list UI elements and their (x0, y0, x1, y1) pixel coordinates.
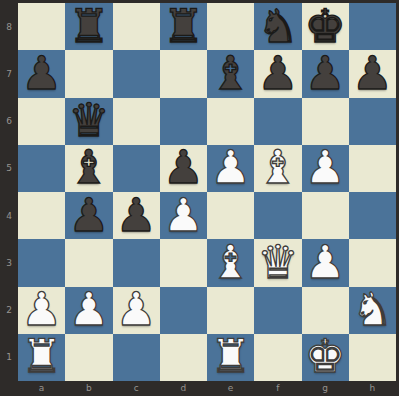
rank-label-1: 1 (0, 334, 18, 381)
square-e8[interactable] (207, 3, 254, 50)
rank-label-4: 4 (0, 192, 18, 239)
square-b2[interactable]: ♟ (65, 287, 112, 334)
piece-black-rook[interactable]: ♜ (68, 3, 109, 49)
file-label-c: c (113, 381, 160, 396)
square-f2[interactable] (254, 287, 301, 334)
file-labels: abcdefgh (18, 381, 396, 396)
rank-label-8: 8 (0, 3, 18, 50)
square-h5[interactable] (349, 145, 396, 192)
square-d3[interactable] (160, 239, 207, 286)
piece-white-rook[interactable]: ♜ (21, 333, 62, 379)
file-label-g: g (302, 381, 349, 396)
square-c3[interactable] (113, 239, 160, 286)
file-label-a: a (18, 381, 65, 396)
file-label-b: b (65, 381, 112, 396)
square-g8[interactable]: ♚ (302, 3, 349, 50)
square-a4[interactable] (18, 192, 65, 239)
square-e4[interactable] (207, 192, 254, 239)
square-g7[interactable]: ♟ (302, 50, 349, 97)
square-f4[interactable] (254, 192, 301, 239)
square-b1[interactable] (65, 334, 112, 381)
piece-white-pawn[interactable]: ♟ (68, 286, 109, 332)
square-h4[interactable] (349, 192, 396, 239)
piece-black-pawn[interactable]: ♟ (163, 144, 204, 190)
piece-black-pawn[interactable]: ♟ (116, 192, 157, 238)
piece-black-bishop[interactable]: ♝ (210, 50, 251, 96)
square-g4[interactable] (302, 192, 349, 239)
square-e5[interactable]: ♟ (207, 145, 254, 192)
square-c5[interactable] (113, 145, 160, 192)
square-c8[interactable] (113, 3, 160, 50)
square-h8[interactable] (349, 3, 396, 50)
piece-white-king[interactable]: ♚ (305, 333, 346, 379)
piece-white-pawn[interactable]: ♟ (163, 192, 204, 238)
piece-white-rook[interactable]: ♜ (210, 333, 251, 379)
square-c7[interactable] (113, 50, 160, 97)
square-f1[interactable] (254, 334, 301, 381)
square-c1[interactable] (113, 334, 160, 381)
square-b6[interactable]: ♛ (65, 98, 112, 145)
rank-label-6: 6 (0, 98, 18, 145)
piece-black-rook[interactable]: ♜ (163, 3, 204, 49)
square-g6[interactable] (302, 98, 349, 145)
piece-white-pawn[interactable]: ♟ (305, 144, 346, 190)
square-e6[interactable] (207, 98, 254, 145)
square-d5[interactable]: ♟ (160, 145, 207, 192)
square-f6[interactable] (254, 98, 301, 145)
square-d4[interactable]: ♟ (160, 192, 207, 239)
rank-labels: 87654321 (0, 3, 18, 381)
square-f5[interactable]: ♝ (254, 145, 301, 192)
rank-label-7: 7 (0, 50, 18, 97)
square-e2[interactable] (207, 287, 254, 334)
square-b7[interactable] (65, 50, 112, 97)
square-a3[interactable] (18, 239, 65, 286)
rank-label-5: 5 (0, 145, 18, 192)
file-label-f: f (254, 381, 301, 396)
square-g3[interactable]: ♟ (302, 239, 349, 286)
piece-white-pawn[interactable]: ♟ (305, 239, 346, 285)
square-a1[interactable]: ♜ (18, 334, 65, 381)
piece-black-queen[interactable]: ♛ (68, 97, 109, 143)
piece-white-knight[interactable]: ♞ (352, 286, 393, 332)
piece-black-bishop[interactable]: ♝ (68, 144, 109, 190)
piece-black-pawn[interactable]: ♟ (352, 50, 393, 96)
square-e7[interactable]: ♝ (207, 50, 254, 97)
piece-white-pawn[interactable]: ♟ (21, 286, 62, 332)
square-h2[interactable]: ♞ (349, 287, 396, 334)
square-b8[interactable]: ♜ (65, 3, 112, 50)
square-g5[interactable]: ♟ (302, 145, 349, 192)
square-a8[interactable] (18, 3, 65, 50)
square-d6[interactable] (160, 98, 207, 145)
square-f3[interactable]: ♛ (254, 239, 301, 286)
square-c2[interactable]: ♟ (113, 287, 160, 334)
square-d7[interactable] (160, 50, 207, 97)
square-d8[interactable]: ♜ (160, 3, 207, 50)
piece-white-pawn[interactable]: ♟ (210, 144, 251, 190)
square-a5[interactable] (18, 145, 65, 192)
square-d1[interactable] (160, 334, 207, 381)
piece-white-bishop[interactable]: ♝ (210, 239, 251, 285)
rank-label-2: 2 (0, 287, 18, 334)
square-g2[interactable] (302, 287, 349, 334)
rank-label-3: 3 (0, 239, 18, 286)
piece-black-pawn[interactable]: ♟ (68, 192, 109, 238)
square-d2[interactable] (160, 287, 207, 334)
square-h7[interactable]: ♟ (349, 50, 396, 97)
square-a2[interactable]: ♟ (18, 287, 65, 334)
square-a6[interactable] (18, 98, 65, 145)
piece-black-pawn[interactable]: ♟ (21, 50, 62, 96)
square-f7[interactable]: ♟ (254, 50, 301, 97)
file-label-h: h (349, 381, 396, 396)
piece-black-pawn[interactable]: ♟ (257, 50, 298, 96)
file-label-e: e (207, 381, 254, 396)
chess-board: ♜♜♞♚♟♝♟♟♟♛♝♟♟♝♟♟♟♟♝♛♟♟♟♟♞♜♜♚ (18, 3, 396, 381)
square-a7[interactable]: ♟ (18, 50, 65, 97)
piece-black-king[interactable]: ♚ (305, 3, 346, 49)
square-b4[interactable]: ♟ (65, 192, 112, 239)
square-h6[interactable] (349, 98, 396, 145)
piece-white-queen[interactable]: ♛ (257, 239, 298, 285)
square-h3[interactable] (349, 239, 396, 286)
square-b3[interactable] (65, 239, 112, 286)
piece-black-knight[interactable]: ♞ (257, 3, 298, 49)
square-h1[interactable] (349, 334, 396, 381)
piece-white-bishop[interactable]: ♝ (257, 144, 298, 190)
square-e1[interactable]: ♜ (207, 334, 254, 381)
board-frame: 87654321 ♜♜♞♚♟♝♟♟♟♛♝♟♟♝♟♟♟♟♝♛♟♟♟♟♞♜♜♚ ab… (0, 0, 399, 396)
square-f8[interactable]: ♞ (254, 3, 301, 50)
square-g1[interactable]: ♚ (302, 334, 349, 381)
square-c4[interactable]: ♟ (113, 192, 160, 239)
square-e3[interactable]: ♝ (207, 239, 254, 286)
piece-black-pawn[interactable]: ♟ (305, 50, 346, 96)
piece-white-pawn[interactable]: ♟ (116, 286, 157, 332)
square-b5[interactable]: ♝ (65, 145, 112, 192)
file-label-d: d (160, 381, 207, 396)
square-c6[interactable] (113, 98, 160, 145)
